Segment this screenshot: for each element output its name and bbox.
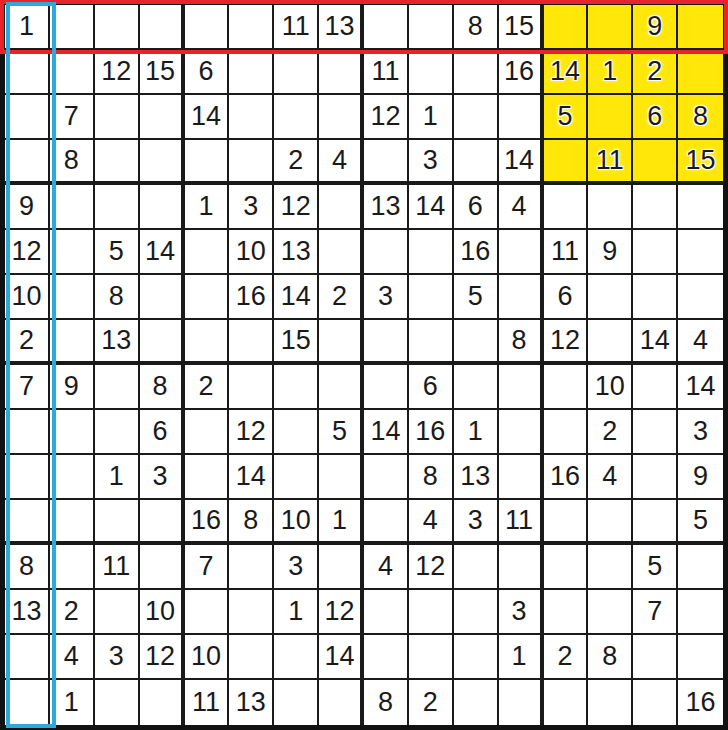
cell-r11c9[interactable] (364, 455, 409, 500)
cell-r8c7[interactable]: 15 (274, 320, 319, 365)
cell-r11c6[interactable]: 14 (229, 455, 274, 500)
cell-r10c11[interactable]: 1 (454, 410, 499, 455)
cell-r10c10[interactable]: 16 (409, 410, 454, 455)
cell-r2c5[interactable]: 6 (185, 50, 230, 95)
cell-r14c10[interactable] (409, 590, 454, 635)
cell-r3c16[interactable]: 8 (678, 95, 723, 140)
cell-r11c7[interactable] (274, 455, 319, 500)
cell-r13c12[interactable] (499, 545, 544, 590)
cell-r15c8[interactable]: 14 (319, 635, 364, 680)
cell-r13c5[interactable]: 7 (185, 545, 230, 590)
cell-r4c14[interactable]: 11 (588, 140, 633, 185)
cell-r1c15[interactable]: 9 (633, 5, 678, 50)
cell-r2c4[interactable]: 15 (140, 50, 185, 95)
cell-r13c1[interactable]: 8 (5, 545, 50, 590)
cell-r10c14[interactable]: 2 (588, 410, 633, 455)
cell-r9c16[interactable]: 14 (678, 365, 723, 410)
cell-r5c3[interactable] (95, 185, 140, 230)
cell-r14c12[interactable]: 3 (499, 590, 544, 635)
cell-r16c4[interactable] (140, 680, 185, 725)
cell-r3c10[interactable]: 1 (409, 95, 454, 140)
cell-r11c8[interactable] (319, 455, 364, 500)
cell-r14c8[interactable]: 12 (319, 590, 364, 635)
cell-r8c3[interactable]: 13 (95, 320, 140, 365)
cell-r2c6[interactable] (229, 50, 274, 95)
cell-r3c12[interactable] (499, 95, 544, 140)
cell-r11c2[interactable] (50, 455, 95, 500)
cell-r7c11[interactable]: 5 (454, 275, 499, 320)
cell-r3c11[interactable] (454, 95, 499, 140)
cell-r3c4[interactable] (140, 95, 185, 140)
cell-r12c12[interactable]: 11 (499, 500, 544, 545)
cell-r11c5[interactable] (185, 455, 230, 500)
cell-r9c2[interactable]: 9 (50, 365, 95, 410)
cell-r1c10[interactable] (409, 5, 454, 50)
cell-r12c15[interactable] (633, 500, 678, 545)
cell-r3c5[interactable]: 14 (185, 95, 230, 140)
cell-r2c12[interactable]: 16 (499, 50, 544, 95)
cell-r13c13[interactable] (544, 545, 589, 590)
cell-r16c6[interactable]: 13 (229, 680, 274, 725)
cell-r12c7[interactable]: 10 (274, 500, 319, 545)
cell-r15c9[interactable] (364, 635, 409, 680)
cell-r6c14[interactable]: 9 (588, 230, 633, 275)
cell-r10c3[interactable] (95, 410, 140, 455)
cell-r15c7[interactable] (274, 635, 319, 680)
cell-r4c2[interactable]: 8 (50, 140, 95, 185)
cell-r14c5[interactable] (185, 590, 230, 635)
cell-r5c5[interactable]: 1 (185, 185, 230, 230)
cell-r11c3[interactable]: 1 (95, 455, 140, 500)
cell-r4c15[interactable] (633, 140, 678, 185)
cell-r15c4[interactable]: 12 (140, 635, 185, 680)
cell-r4c3[interactable] (95, 140, 140, 185)
cell-r11c1[interactable] (5, 455, 50, 500)
cell-r10c7[interactable] (274, 410, 319, 455)
cell-r8c6[interactable] (229, 320, 274, 365)
cell-r10c2[interactable] (50, 410, 95, 455)
cell-r5c9[interactable]: 13 (364, 185, 409, 230)
cell-r7c1[interactable]: 10 (5, 275, 50, 320)
cell-r3c15[interactable]: 6 (633, 95, 678, 140)
cell-r7c13[interactable]: 6 (544, 275, 589, 320)
cell-r13c8[interactable] (319, 545, 364, 590)
cell-r10c5[interactable] (185, 410, 230, 455)
cell-r15c13[interactable]: 2 (544, 635, 589, 680)
cell-r8c11[interactable] (454, 320, 499, 365)
cell-r9c9[interactable] (364, 365, 409, 410)
cell-r14c15[interactable]: 7 (633, 590, 678, 635)
cell-r12c9[interactable] (364, 500, 409, 545)
cell-r6c7[interactable]: 13 (274, 230, 319, 275)
cell-r8c10[interactable] (409, 320, 454, 365)
cell-r9c7[interactable] (274, 365, 319, 410)
cell-r15c6[interactable] (229, 635, 274, 680)
cell-r11c15[interactable] (633, 455, 678, 500)
cell-r6c12[interactable] (499, 230, 544, 275)
cell-r5c11[interactable]: 6 (454, 185, 499, 230)
cell-r9c15[interactable] (633, 365, 678, 410)
cell-r9c14[interactable]: 10 (588, 365, 633, 410)
cell-r1c2[interactable] (50, 5, 95, 50)
cell-r16c16[interactable]: 16 (678, 680, 723, 725)
cell-r2c10[interactable] (409, 50, 454, 95)
cell-r15c12[interactable]: 1 (499, 635, 544, 680)
cell-r4c8[interactable]: 4 (319, 140, 364, 185)
cell-r9c6[interactable] (229, 365, 274, 410)
cell-r6c9[interactable] (364, 230, 409, 275)
cell-r14c16[interactable] (678, 590, 723, 635)
cell-r9c1[interactable]: 7 (5, 365, 50, 410)
cell-r14c11[interactable] (454, 590, 499, 635)
cell-r10c12[interactable] (499, 410, 544, 455)
cell-r3c13[interactable]: 5 (544, 95, 589, 140)
cell-r7c7[interactable]: 14 (274, 275, 319, 320)
cell-r13c14[interactable] (588, 545, 633, 590)
cell-r3c2[interactable]: 7 (50, 95, 95, 140)
cell-r6c15[interactable] (633, 230, 678, 275)
cell-r10c13[interactable] (544, 410, 589, 455)
cell-r10c8[interactable]: 5 (319, 410, 364, 455)
cell-r15c10[interactable] (409, 635, 454, 680)
cell-r16c12[interactable] (499, 680, 544, 725)
cell-r14c3[interactable] (95, 590, 140, 635)
cell-r2c14[interactable]: 1 (588, 50, 633, 95)
cell-r3c1[interactable] (5, 95, 50, 140)
cell-r16c1[interactable] (5, 680, 50, 725)
cell-r1c14[interactable] (588, 5, 633, 50)
cell-r6c5[interactable] (185, 230, 230, 275)
cell-r9c11[interactable] (454, 365, 499, 410)
cell-r13c16[interactable] (678, 545, 723, 590)
cell-r2c9[interactable]: 11 (364, 50, 409, 95)
cell-r6c8[interactable] (319, 230, 364, 275)
cell-r1c6[interactable] (229, 5, 274, 50)
cell-r12c3[interactable] (95, 500, 140, 545)
cell-r10c6[interactable]: 12 (229, 410, 274, 455)
cell-r15c16[interactable] (678, 635, 723, 680)
cell-r1c1[interactable]: 1 (5, 5, 50, 50)
cell-r6c6[interactable]: 10 (229, 230, 274, 275)
cell-r11c10[interactable]: 8 (409, 455, 454, 500)
sudoku-board: 1111381591215611161412714121568824314111… (0, 0, 728, 730)
cell-r4c16[interactable]: 15 (678, 140, 723, 185)
cell-r8c13[interactable]: 12 (544, 320, 589, 365)
cell-r7c15[interactable] (633, 275, 678, 320)
cell-r1c5[interactable] (185, 5, 230, 50)
cell-r12c14[interactable] (588, 500, 633, 545)
cell-r16c7[interactable] (274, 680, 319, 725)
cell-r15c1[interactable] (5, 635, 50, 680)
cell-r9c10[interactable]: 6 (409, 365, 454, 410)
cell-r4c9[interactable] (364, 140, 409, 185)
cell-r13c3[interactable]: 11 (95, 545, 140, 590)
cell-r12c4[interactable] (140, 500, 185, 545)
cell-r16c13[interactable] (544, 680, 589, 725)
cell-r13c2[interactable] (50, 545, 95, 590)
cell-r5c7[interactable]: 12 (274, 185, 319, 230)
cell-r6c16[interactable] (678, 230, 723, 275)
cell-r11c16[interactable]: 9 (678, 455, 723, 500)
cell-r13c6[interactable] (229, 545, 274, 590)
cell-r4c11[interactable] (454, 140, 499, 185)
cell-r3c6[interactable] (229, 95, 274, 140)
cell-r5c1[interactable]: 9 (5, 185, 50, 230)
cell-r2c7[interactable] (274, 50, 319, 95)
cell-r12c6[interactable]: 8 (229, 500, 274, 545)
cell-r6c13[interactable]: 11 (544, 230, 589, 275)
cell-r7c2[interactable] (50, 275, 95, 320)
cell-r4c12[interactable]: 14 (499, 140, 544, 185)
cell-r2c13[interactable]: 14 (544, 50, 589, 95)
cell-r5c4[interactable] (140, 185, 185, 230)
cell-r2c2[interactable] (50, 50, 95, 95)
cell-r4c1[interactable] (5, 140, 50, 185)
cell-r7c9[interactable]: 3 (364, 275, 409, 320)
cell-r8c4[interactable] (140, 320, 185, 365)
cell-r9c12[interactable] (499, 365, 544, 410)
cell-r8c12[interactable]: 8 (499, 320, 544, 365)
cell-r11c13[interactable]: 16 (544, 455, 589, 500)
cell-r8c15[interactable]: 14 (633, 320, 678, 365)
cell-r11c12[interactable] (499, 455, 544, 500)
cell-r1c11[interactable]: 8 (454, 5, 499, 50)
cell-r10c15[interactable] (633, 410, 678, 455)
cell-r3c14[interactable] (588, 95, 633, 140)
cell-r6c11[interactable]: 16 (454, 230, 499, 275)
cell-r15c14[interactable]: 8 (588, 635, 633, 680)
cell-r16c5[interactable]: 11 (185, 680, 230, 725)
cell-r16c9[interactable]: 8 (364, 680, 409, 725)
cell-r4c4[interactable] (140, 140, 185, 185)
cell-r12c10[interactable]: 4 (409, 500, 454, 545)
cell-r2c11[interactable] (454, 50, 499, 95)
cell-r11c14[interactable]: 4 (588, 455, 633, 500)
cell-r4c5[interactable] (185, 140, 230, 185)
cell-r9c3[interactable] (95, 365, 140, 410)
cell-r8c14[interactable] (588, 320, 633, 365)
cell-r9c8[interactable] (319, 365, 364, 410)
cell-r15c2[interactable]: 4 (50, 635, 95, 680)
cell-r15c5[interactable]: 10 (185, 635, 230, 680)
cell-r16c3[interactable] (95, 680, 140, 725)
cell-r11c11[interactable]: 13 (454, 455, 499, 500)
cell-r5c12[interactable]: 4 (499, 185, 544, 230)
cell-r1c13[interactable] (544, 5, 589, 50)
cell-r2c1[interactable] (5, 50, 50, 95)
cell-r16c2[interactable]: 1 (50, 680, 95, 725)
cell-r12c11[interactable]: 3 (454, 500, 499, 545)
cell-r12c1[interactable] (5, 500, 50, 545)
cell-r7c8[interactable]: 2 (319, 275, 364, 320)
cell-r1c9[interactable] (364, 5, 409, 50)
cell-r15c15[interactable] (633, 635, 678, 680)
cell-r6c3[interactable]: 5 (95, 230, 140, 275)
cell-r12c5[interactable]: 16 (185, 500, 230, 545)
cell-r4c13[interactable] (544, 140, 589, 185)
cell-r8c9[interactable] (364, 320, 409, 365)
cell-r3c9[interactable]: 12 (364, 95, 409, 140)
cell-r8c8[interactable] (319, 320, 364, 365)
cell-r5c16[interactable] (678, 185, 723, 230)
cell-r3c7[interactable] (274, 95, 319, 140)
cell-r16c8[interactable] (319, 680, 364, 725)
cell-r1c7[interactable]: 11 (274, 5, 319, 50)
cell-r7c4[interactable] (140, 275, 185, 320)
cell-r13c15[interactable]: 5 (633, 545, 678, 590)
cell-r10c9[interactable]: 14 (364, 410, 409, 455)
cell-r7c3[interactable]: 8 (95, 275, 140, 320)
cell-r14c2[interactable]: 2 (50, 590, 95, 635)
cell-r14c1[interactable]: 13 (5, 590, 50, 635)
cell-r15c11[interactable] (454, 635, 499, 680)
cell-r7c5[interactable] (185, 275, 230, 320)
cell-r7c16[interactable] (678, 275, 723, 320)
cell-r5c15[interactable] (633, 185, 678, 230)
cell-r14c13[interactable] (544, 590, 589, 635)
cell-r11c4[interactable]: 3 (140, 455, 185, 500)
cell-r16c10[interactable]: 2 (409, 680, 454, 725)
cell-r12c2[interactable] (50, 500, 95, 545)
cell-r10c1[interactable] (5, 410, 50, 455)
cell-r2c3[interactable]: 12 (95, 50, 140, 95)
cell-r10c4[interactable]: 6 (140, 410, 185, 455)
sudoku-grid: 1111381591215611161412714121568824314111… (5, 5, 723, 725)
cell-r9c5[interactable]: 2 (185, 365, 230, 410)
cell-r16c11[interactable] (454, 680, 499, 725)
cell-r16c15[interactable] (633, 680, 678, 725)
cell-r16c14[interactable] (588, 680, 633, 725)
cell-r5c2[interactable] (50, 185, 95, 230)
cell-r13c4[interactable] (140, 545, 185, 590)
cell-r7c12[interactable] (499, 275, 544, 320)
cell-r1c12[interactable]: 15 (499, 5, 544, 50)
cell-r6c1[interactable]: 12 (5, 230, 50, 275)
cell-r1c8[interactable]: 13 (319, 5, 364, 50)
cell-r12c13[interactable] (544, 500, 589, 545)
cell-r8c1[interactable]: 2 (5, 320, 50, 365)
cell-r12c16[interactable]: 5 (678, 500, 723, 545)
cell-r5c13[interactable] (544, 185, 589, 230)
cell-r4c7[interactable]: 2 (274, 140, 319, 185)
cell-r7c10[interactable] (409, 275, 454, 320)
cell-r1c3[interactable] (95, 5, 140, 50)
cell-r9c4[interactable]: 8 (140, 365, 185, 410)
cell-r2c15[interactable]: 2 (633, 50, 678, 95)
cell-r15c3[interactable]: 3 (95, 635, 140, 680)
cell-r14c14[interactable] (588, 590, 633, 635)
cell-r14c9[interactable] (364, 590, 409, 635)
cell-r14c7[interactable]: 1 (274, 590, 319, 635)
cell-r7c14[interactable] (588, 275, 633, 320)
cell-r5c8[interactable] (319, 185, 364, 230)
cell-r8c5[interactable] (185, 320, 230, 365)
cell-r14c4[interactable]: 10 (140, 590, 185, 635)
cell-r1c4[interactable] (140, 5, 185, 50)
cell-r5c14[interactable] (588, 185, 633, 230)
cell-r5c6[interactable]: 3 (229, 185, 274, 230)
cell-r8c16[interactable]: 4 (678, 320, 723, 365)
cell-r6c2[interactable] (50, 230, 95, 275)
cell-r7c6[interactable]: 16 (229, 275, 274, 320)
cell-r13c7[interactable]: 3 (274, 545, 319, 590)
cell-r5c10[interactable]: 14 (409, 185, 454, 230)
cell-r13c9[interactable]: 4 (364, 545, 409, 590)
cell-r9c13[interactable] (544, 365, 589, 410)
cell-r2c16[interactable] (678, 50, 723, 95)
cell-r8c2[interactable] (50, 320, 95, 365)
cell-r14c6[interactable] (229, 590, 274, 635)
cell-r3c3[interactable] (95, 95, 140, 140)
cell-r4c10[interactable]: 3 (409, 140, 454, 185)
cell-r2c8[interactable] (319, 50, 364, 95)
cell-r12c8[interactable]: 1 (319, 500, 364, 545)
cell-r4c6[interactable] (229, 140, 274, 185)
cell-r13c10[interactable]: 12 (409, 545, 454, 590)
cell-r6c10[interactable] (409, 230, 454, 275)
cell-r10c16[interactable]: 3 (678, 410, 723, 455)
cell-r1c16[interactable] (678, 5, 723, 50)
cell-r13c11[interactable] (454, 545, 499, 590)
cell-r3c8[interactable] (319, 95, 364, 140)
cell-r6c4[interactable]: 14 (140, 230, 185, 275)
